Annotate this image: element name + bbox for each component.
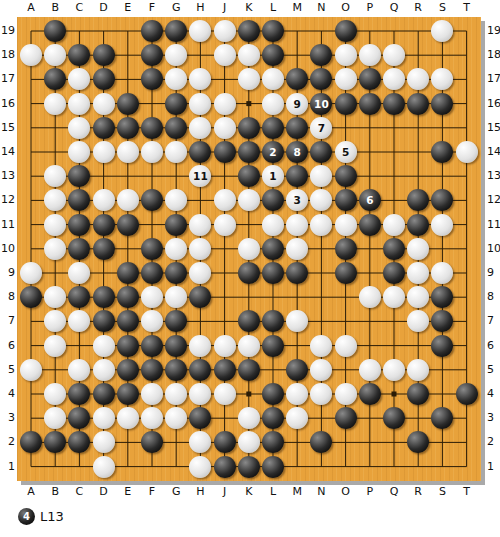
white-stone-B16 bbox=[44, 93, 66, 115]
row-label-right-11: 11 bbox=[487, 219, 500, 231]
white-stone-N11 bbox=[310, 214, 332, 236]
black-stone-K13 bbox=[238, 165, 260, 187]
black-stone-S6 bbox=[431, 335, 453, 357]
black-stone-K14 bbox=[238, 141, 260, 163]
row-label-right-2: 2 bbox=[487, 436, 500, 448]
black-stone-R16 bbox=[407, 93, 429, 115]
column-label-bottom-G: G bbox=[164, 486, 188, 498]
white-stone-P18 bbox=[359, 44, 381, 66]
white-stone-H16 bbox=[189, 93, 211, 115]
black-stone-P4 bbox=[359, 383, 381, 405]
column-label-top-D: D bbox=[92, 2, 116, 14]
row-label-left-16: 16 bbox=[1, 98, 15, 110]
column-label-top-K: K bbox=[237, 2, 261, 14]
white-stone-O4 bbox=[335, 383, 357, 405]
row-label-right-16: 16 bbox=[487, 98, 500, 110]
black-stone-J5 bbox=[214, 359, 236, 381]
white-stone-M10 bbox=[286, 238, 308, 260]
white-stone-J18 bbox=[214, 44, 236, 66]
column-label-bottom-E: E bbox=[116, 486, 140, 498]
white-stone-J15 bbox=[214, 117, 236, 139]
column-label-top-M: M bbox=[285, 2, 309, 14]
black-stone-O9 bbox=[335, 262, 357, 284]
black-stone-K5 bbox=[238, 359, 260, 381]
white-stone-B6 bbox=[44, 335, 66, 357]
column-label-bottom-T: T bbox=[455, 486, 479, 498]
white-stone-K3 bbox=[238, 407, 260, 429]
column-label-bottom-B: B bbox=[43, 486, 67, 498]
black-stone-G16 bbox=[165, 93, 187, 115]
row-label-left-11: 11 bbox=[1, 219, 15, 231]
black-stone-O3 bbox=[335, 407, 357, 429]
black-stone-L15 bbox=[262, 117, 284, 139]
black-stone-O10 bbox=[335, 238, 357, 260]
white-stone-J12 bbox=[214, 189, 236, 211]
black-stone-E4 bbox=[117, 383, 139, 405]
row-label-left-2: 2 bbox=[1, 436, 15, 448]
row-label-right-12: 12 bbox=[487, 194, 500, 206]
black-stone-R11 bbox=[407, 214, 429, 236]
black-stone-K15 bbox=[238, 117, 260, 139]
white-stone-B11 bbox=[44, 214, 66, 236]
black-stone-D18 bbox=[93, 44, 115, 66]
column-label-bottom-J: J bbox=[213, 486, 237, 498]
black-stone-K1 bbox=[238, 456, 260, 478]
black-stone-F15 bbox=[141, 117, 163, 139]
white-stone-L16 bbox=[262, 93, 284, 115]
black-stone-D8 bbox=[93, 286, 115, 308]
column-label-top-F: F bbox=[140, 2, 164, 14]
white-stone-D12 bbox=[93, 189, 115, 211]
black-stone-G11 bbox=[165, 214, 187, 236]
row-label-right-3: 3 bbox=[487, 412, 500, 424]
black-stone-K19 bbox=[238, 20, 260, 42]
black-stone-D17 bbox=[93, 68, 115, 90]
column-label-bottom-P: P bbox=[358, 486, 382, 498]
white-stone-B10 bbox=[44, 238, 66, 260]
column-label-bottom-S: S bbox=[430, 486, 454, 498]
row-label-right-17: 17 bbox=[487, 73, 500, 85]
black-stone-Q16 bbox=[383, 93, 405, 115]
white-stone-F14 bbox=[141, 141, 163, 163]
white-stone-K10 bbox=[238, 238, 260, 260]
black-stone-Q9 bbox=[383, 262, 405, 284]
white-stone-F4 bbox=[141, 383, 163, 405]
black-stone-G5 bbox=[165, 359, 187, 381]
white-stone-S11 bbox=[431, 214, 453, 236]
row-label-right-18: 18 bbox=[487, 49, 500, 61]
row-label-left-4: 4 bbox=[1, 388, 15, 400]
row-label-left-13: 13 bbox=[1, 170, 15, 182]
black-stone-E8 bbox=[117, 286, 139, 308]
black-stone-E6 bbox=[117, 335, 139, 357]
column-label-top-G: G bbox=[164, 2, 188, 14]
column-label-bottom-F: F bbox=[140, 486, 164, 498]
black-stone-C11 bbox=[68, 214, 90, 236]
white-stone-D3 bbox=[93, 407, 115, 429]
row-label-left-12: 12 bbox=[1, 194, 15, 206]
column-label-bottom-D: D bbox=[92, 486, 116, 498]
white-stone-D16 bbox=[93, 93, 115, 115]
black-stone-L10 bbox=[262, 238, 284, 260]
black-stone-D7 bbox=[93, 310, 115, 332]
black-stone-F6 bbox=[141, 335, 163, 357]
row-label-right-4: 4 bbox=[487, 388, 500, 400]
column-label-top-R: R bbox=[406, 2, 430, 14]
row-label-left-18: 18 bbox=[1, 49, 15, 61]
white-stone-E3 bbox=[117, 407, 139, 429]
white-stone-D6 bbox=[93, 335, 115, 357]
black-stone-E9 bbox=[117, 262, 139, 284]
column-label-top-N: N bbox=[309, 2, 333, 14]
white-stone-T14 bbox=[456, 141, 478, 163]
white-stone-R5 bbox=[407, 359, 429, 381]
white-stone-O11 bbox=[335, 214, 357, 236]
column-label-top-E: E bbox=[116, 2, 140, 14]
black-stone-K9 bbox=[238, 262, 260, 284]
black-stone-G6 bbox=[165, 335, 187, 357]
black-stone-O19 bbox=[335, 20, 357, 42]
column-label-bottom-N: N bbox=[309, 486, 333, 498]
white-stone-K6 bbox=[238, 335, 260, 357]
white-stone-H1 bbox=[189, 456, 211, 478]
white-stone-P5 bbox=[359, 359, 381, 381]
row-label-left-8: 8 bbox=[1, 291, 15, 303]
black-stone-O12 bbox=[335, 189, 357, 211]
white-stone-N6 bbox=[310, 335, 332, 357]
column-label-top-Q: Q bbox=[382, 2, 406, 14]
white-stone-J19 bbox=[214, 20, 236, 42]
column-label-top-O: O bbox=[334, 2, 358, 14]
column-label-bottom-K: K bbox=[237, 486, 261, 498]
white-stone-C16 bbox=[68, 93, 90, 115]
column-label-bottom-H: H bbox=[188, 486, 212, 498]
white-stone-K18 bbox=[238, 44, 260, 66]
column-label-top-S: S bbox=[430, 2, 454, 14]
white-stone-D2 bbox=[93, 431, 115, 453]
column-label-top-T: T bbox=[455, 2, 479, 14]
black-stone-F9 bbox=[141, 262, 163, 284]
move-5-stone-O14: 5 bbox=[335, 141, 357, 163]
move-9-stone-M16: 9 bbox=[286, 93, 308, 115]
goban-board[interactable]: 910728511136 bbox=[17, 17, 481, 481]
row-label-left-14: 14 bbox=[1, 146, 15, 158]
white-stone-M11 bbox=[286, 214, 308, 236]
black-stone-D10 bbox=[93, 238, 115, 260]
column-label-top-A: A bbox=[19, 2, 43, 14]
black-stone-M5 bbox=[286, 359, 308, 381]
white-stone-E14 bbox=[117, 141, 139, 163]
black-stone-J14 bbox=[214, 141, 236, 163]
white-stone-D1 bbox=[93, 456, 115, 478]
white-stone-D14 bbox=[93, 141, 115, 163]
row-label-right-1: 1 bbox=[487, 461, 500, 473]
black-stone-F5 bbox=[141, 359, 163, 381]
white-stone-J16 bbox=[214, 93, 236, 115]
black-stone-D11 bbox=[93, 214, 115, 236]
column-label-top-C: C bbox=[67, 2, 91, 14]
black-stone-E5 bbox=[117, 359, 139, 381]
black-stone-E15 bbox=[117, 117, 139, 139]
row-label-left-5: 5 bbox=[1, 364, 15, 376]
move-caption: 4 L13 bbox=[18, 506, 64, 526]
white-stone-L11 bbox=[262, 214, 284, 236]
black-stone-P11 bbox=[359, 214, 381, 236]
move-10-stone-N16: 10 bbox=[310, 93, 332, 115]
black-stone-E16 bbox=[117, 93, 139, 115]
white-stone-O6 bbox=[335, 335, 357, 357]
white-stone-J6 bbox=[214, 335, 236, 357]
column-label-top-P: P bbox=[358, 2, 382, 14]
row-label-right-8: 8 bbox=[487, 291, 500, 303]
star-point bbox=[246, 392, 251, 397]
column-label-top-J: J bbox=[213, 2, 237, 14]
white-stone-D5 bbox=[93, 359, 115, 381]
black-stone-J2 bbox=[214, 431, 236, 453]
black-stone-F19 bbox=[141, 20, 163, 42]
column-label-top-L: L bbox=[261, 2, 285, 14]
black-stone-P16 bbox=[359, 93, 381, 115]
black-stone-L4 bbox=[262, 383, 284, 405]
row-label-right-13: 13 bbox=[487, 170, 500, 182]
black-stone-J1 bbox=[214, 456, 236, 478]
black-stone-L1 bbox=[262, 456, 284, 478]
black-stone-L19 bbox=[262, 20, 284, 42]
white-stone-G10 bbox=[165, 238, 187, 260]
white-stone-J11 bbox=[214, 214, 236, 236]
row-label-right-10: 10 bbox=[487, 243, 500, 255]
row-label-right-7: 7 bbox=[487, 315, 500, 327]
black-stone-M15 bbox=[286, 117, 308, 139]
column-label-bottom-A: A bbox=[19, 486, 43, 498]
row-label-left-9: 9 bbox=[1, 267, 15, 279]
column-label-bottom-Q: Q bbox=[382, 486, 406, 498]
row-label-left-10: 10 bbox=[1, 243, 15, 255]
white-stone-R10 bbox=[407, 238, 429, 260]
black-stone-S16 bbox=[431, 93, 453, 115]
row-label-right-14: 14 bbox=[487, 146, 500, 158]
black-stone-L6 bbox=[262, 335, 284, 357]
row-label-left-1: 1 bbox=[1, 461, 15, 473]
white-stone-J4 bbox=[214, 383, 236, 405]
white-stone-H11 bbox=[189, 214, 211, 236]
white-stone-P8 bbox=[359, 286, 381, 308]
black-stone-Q10 bbox=[383, 238, 405, 260]
white-stone-O18 bbox=[335, 44, 357, 66]
black-stone-T4 bbox=[456, 383, 478, 405]
caption-coordinate: L13 bbox=[40, 509, 64, 524]
column-label-bottom-L: L bbox=[261, 486, 285, 498]
column-label-top-B: B bbox=[43, 2, 67, 14]
white-stone-A5 bbox=[20, 359, 42, 381]
row-label-left-17: 17 bbox=[1, 73, 15, 85]
kifu-diagram: ABCDEFGHJKLMNOPQRST ABCDEFGHJKLMNOPQRST … bbox=[0, 0, 500, 537]
black-stone-O13 bbox=[335, 165, 357, 187]
row-label-right-6: 6 bbox=[487, 340, 500, 352]
column-label-bottom-C: C bbox=[67, 486, 91, 498]
star-point bbox=[246, 101, 251, 106]
row-label-left-7: 7 bbox=[1, 315, 15, 327]
black-stone-D15 bbox=[93, 117, 115, 139]
row-label-left-3: 3 bbox=[1, 412, 15, 424]
row-label-left-15: 15 bbox=[1, 122, 15, 134]
black-stone-F10 bbox=[141, 238, 163, 260]
move-2-stone-L14: 2 bbox=[262, 141, 284, 163]
row-label-left-6: 6 bbox=[1, 340, 15, 352]
column-label-bottom-M: M bbox=[285, 486, 309, 498]
caption-move-stone: 4 bbox=[18, 508, 35, 525]
white-stone-Q5 bbox=[383, 359, 405, 381]
row-label-right-5: 5 bbox=[487, 364, 500, 376]
white-stone-A9 bbox=[20, 262, 42, 284]
column-label-top-H: H bbox=[188, 2, 212, 14]
white-stone-H6 bbox=[189, 335, 211, 357]
star-point bbox=[392, 392, 397, 397]
white-stone-O17 bbox=[335, 68, 357, 90]
row-label-right-15: 15 bbox=[487, 122, 500, 134]
row-label-right-9: 9 bbox=[487, 267, 500, 279]
black-stone-D4 bbox=[93, 383, 115, 405]
black-stone-G15 bbox=[165, 117, 187, 139]
black-stone-L9 bbox=[262, 262, 284, 284]
black-stone-O16 bbox=[335, 93, 357, 115]
row-label-left-19: 19 bbox=[1, 25, 15, 37]
white-stone-Q11 bbox=[383, 214, 405, 236]
column-label-bottom-R: R bbox=[406, 486, 430, 498]
black-stone-E11 bbox=[117, 214, 139, 236]
row-label-right-19: 19 bbox=[487, 25, 500, 37]
column-label-bottom-O: O bbox=[334, 486, 358, 498]
